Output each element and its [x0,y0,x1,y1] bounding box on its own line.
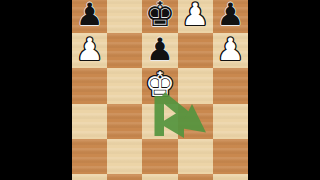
black-king[interactable]: ♚ [145,0,175,32]
square[interactable] [213,174,248,180]
thumbnail-screenshot: ♟♚♟♟♟♟♟♚ [0,0,320,180]
white-pawn[interactable]: ♟ [181,0,209,32]
square[interactable] [213,68,248,103]
square[interactable]: ♚ [142,0,177,33]
white-king[interactable]: ♚ [145,67,175,102]
square[interactable] [142,139,177,174]
square[interactable]: ♟ [213,0,248,33]
square[interactable] [178,174,213,180]
square[interactable]: ♚ [142,68,177,103]
square[interactable] [107,0,142,33]
square[interactable] [72,104,107,139]
square[interactable] [178,33,213,68]
square[interactable] [72,174,107,180]
black-pawn[interactable]: ♟ [216,0,244,32]
letterbox-left [0,0,72,180]
letterbox-right [248,0,320,180]
square[interactable]: ♟ [142,33,177,68]
black-pawn[interactable]: ♟ [76,0,104,32]
square[interactable]: ♟ [72,33,107,68]
square[interactable] [72,139,107,174]
square[interactable]: ♟ [178,0,213,33]
square[interactable]: ♟ [213,33,248,68]
square[interactable] [107,174,142,180]
chess-board: ♟♚♟♟♟♟♟♚ [72,0,248,180]
square[interactable] [107,104,142,139]
square[interactable] [107,68,142,103]
square[interactable] [178,139,213,174]
square[interactable] [178,68,213,103]
white-pawn[interactable]: ♟ [76,32,104,67]
square[interactable] [213,139,248,174]
square[interactable] [178,104,213,139]
square[interactable] [142,174,177,180]
square[interactable] [213,104,248,139]
black-pawn[interactable]: ♟ [146,32,174,67]
square[interactable]: ♟ [72,0,107,33]
square[interactable] [72,68,107,103]
white-pawn[interactable]: ♟ [216,32,244,67]
square[interactable] [142,104,177,139]
square[interactable] [107,139,142,174]
square[interactable] [107,33,142,68]
